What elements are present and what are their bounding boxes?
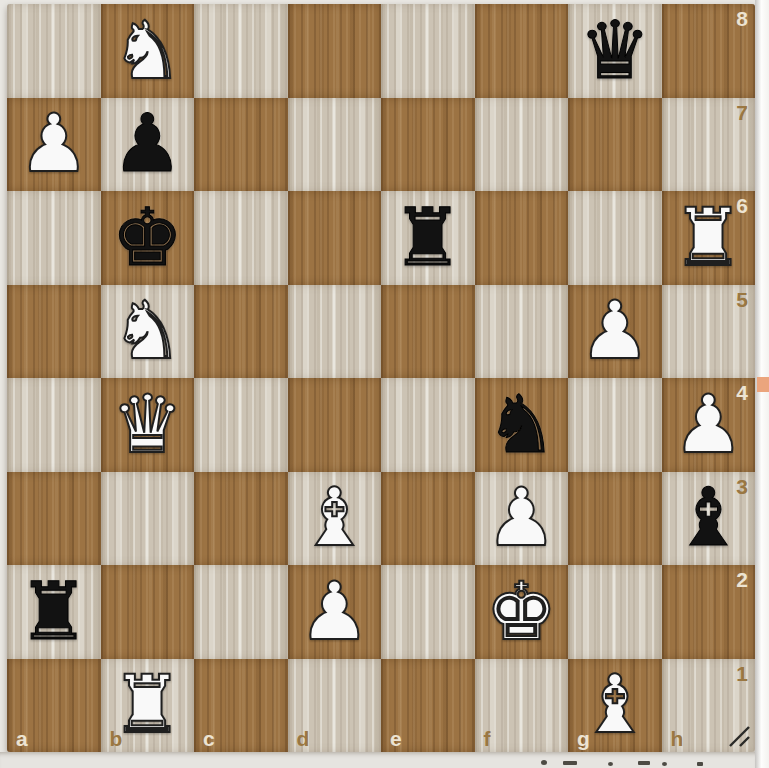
square-f4[interactable]: ♞ [475,378,569,472]
square-e4[interactable] [381,378,475,472]
square-h4[interactable]: ♟4 [662,378,756,472]
piece-white-pawn[interactable]: ♟ [579,291,651,371]
square-f2[interactable]: ♚ [475,565,569,659]
square-g8[interactable]: ♛ [568,4,662,98]
square-c5[interactable] [194,285,288,379]
square-b3[interactable] [101,472,195,566]
square-f6[interactable] [475,191,569,285]
piece-white-pawn[interactable]: ♟ [672,385,744,465]
square-g7[interactable] [568,98,662,192]
square-a1[interactable]: a [7,659,101,753]
square-a4[interactable] [7,378,101,472]
square-f8[interactable] [475,4,569,98]
chess-board: ♞♛8♟♟7♚♜♜6♞♟5♛♞♟4♝♟♝3♜♟♚2a♜bcdef♝g1h [7,4,755,752]
square-g5[interactable]: ♟ [568,285,662,379]
square-e3[interactable] [381,472,475,566]
piece-white-bishop[interactable]: ♝ [298,478,370,558]
piece-white-pawn[interactable]: ♟ [18,104,90,184]
piece-black-pawn[interactable]: ♟ [111,104,183,184]
file-label-c: c [203,728,215,749]
file-label-h: h [671,728,684,749]
piece-black-queen[interactable]: ♛ [579,11,651,91]
square-c6[interactable] [194,191,288,285]
rank-label-3: 3 [736,476,748,497]
square-f1[interactable]: f [475,659,569,753]
piece-black-rook[interactable]: ♜ [392,198,464,278]
square-f5[interactable] [475,285,569,379]
piece-white-pawn[interactable]: ♟ [298,572,370,652]
square-c3[interactable] [194,472,288,566]
square-g2[interactable] [568,565,662,659]
square-g3[interactable] [568,472,662,566]
clipped-ui-fragment [662,762,667,766]
square-e7[interactable] [381,98,475,192]
clipped-ui-fragment [541,760,547,765]
piece-black-king[interactable]: ♚ [111,198,183,278]
rank-label-7: 7 [736,102,748,123]
square-h7[interactable]: 7 [662,98,756,192]
rank-label-6: 6 [736,195,748,216]
file-label-f: f [484,728,491,749]
piece-white-pawn[interactable]: ♟ [485,478,557,558]
clipped-ui-fragment [638,761,650,765]
file-label-d: d [297,728,310,749]
square-e8[interactable] [381,4,475,98]
square-d4[interactable] [288,378,382,472]
rank-label-2: 2 [736,569,748,590]
clipped-ui-fragment [563,761,577,765]
square-e6[interactable]: ♜ [381,191,475,285]
piece-white-knight[interactable]: ♞ [111,291,183,371]
square-a7[interactable]: ♟ [7,98,101,192]
board-resize-handle[interactable] [726,723,752,749]
square-c7[interactable] [194,98,288,192]
square-c2[interactable] [194,565,288,659]
square-f3[interactable]: ♟ [475,472,569,566]
square-d8[interactable] [288,4,382,98]
clipped-bottom-panel [0,752,755,768]
file-label-b: b [110,728,123,749]
square-h1[interactable]: 1h [662,659,756,753]
square-b2[interactable] [101,565,195,659]
file-label-e: e [390,728,402,749]
square-b6[interactable]: ♚ [101,191,195,285]
square-d2[interactable]: ♟ [288,565,382,659]
square-e2[interactable] [381,565,475,659]
square-e1[interactable]: e [381,659,475,753]
piece-white-king[interactable]: ♚ [485,572,557,652]
square-b7[interactable]: ♟ [101,98,195,192]
square-b1[interactable]: ♜b [101,659,195,753]
square-a2[interactable]: ♜ [7,565,101,659]
file-label-a: a [16,728,28,749]
clipped-ui-fragment [608,762,613,766]
piece-black-rook[interactable]: ♜ [18,572,90,652]
square-d6[interactable] [288,191,382,285]
square-b5[interactable]: ♞ [101,285,195,379]
square-d1[interactable]: d [288,659,382,753]
square-c4[interactable] [194,378,288,472]
square-g1[interactable]: ♝g [568,659,662,753]
square-a5[interactable] [7,285,101,379]
piece-white-rook[interactable]: ♜ [672,198,744,278]
square-d3[interactable]: ♝ [288,472,382,566]
rank-label-1: 1 [736,663,748,684]
square-a3[interactable] [7,472,101,566]
square-d7[interactable] [288,98,382,192]
rank-label-4: 4 [736,382,748,403]
square-a8[interactable] [7,4,101,98]
square-h2[interactable]: 2 [662,565,756,659]
square-g4[interactable] [568,378,662,472]
square-b8[interactable]: ♞ [101,4,195,98]
piece-white-queen[interactable]: ♛ [111,385,183,465]
square-c8[interactable] [194,4,288,98]
file-label-g: g [577,728,590,749]
piece-white-knight[interactable]: ♞ [111,11,183,91]
rank-label-5: 5 [736,289,748,310]
square-e5[interactable] [381,285,475,379]
square-b4[interactable]: ♛ [101,378,195,472]
square-h8[interactable]: 8 [662,4,756,98]
square-f7[interactable] [475,98,569,192]
piece-black-bishop[interactable]: ♝ [672,478,744,558]
clipped-ui-fragment [697,762,703,766]
square-h6[interactable]: ♜6 [662,191,756,285]
square-d5[interactable] [288,285,382,379]
scrollbar-thumb[interactable] [757,377,769,392]
square-g6[interactable] [568,191,662,285]
square-a6[interactable] [7,191,101,285]
square-h5[interactable]: 5 [662,285,756,379]
square-c1[interactable]: c [194,659,288,753]
piece-black-knight[interactable]: ♞ [485,385,557,465]
square-h3[interactable]: ♝3 [662,472,756,566]
rank-label-8: 8 [736,8,748,29]
